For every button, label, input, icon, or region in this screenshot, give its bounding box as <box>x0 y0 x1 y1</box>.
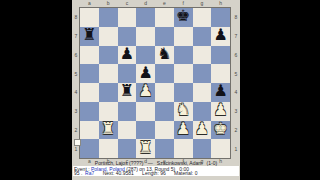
white-to-move-marker <box>74 139 81 146</box>
square-c4[interactable]: ♜ <box>118 83 137 102</box>
caption-details-box: Event : Poland, Poland (287) on 13, Roun… <box>73 166 239 176</box>
rank-label-right-2: 2 <box>233 121 239 140</box>
square-c5[interactable] <box>118 64 137 83</box>
white-knight-piece: ♞ <box>176 102 190 118</box>
square-h1[interactable] <box>211 139 230 158</box>
square-a5[interactable] <box>80 64 99 83</box>
square-d7[interactable] <box>136 27 155 46</box>
rank-label-left-4: 4 <box>73 83 79 102</box>
square-d1[interactable]: ♜ <box>136 139 155 158</box>
square-b1[interactable] <box>99 139 118 158</box>
square-g3[interactable] <box>193 102 212 121</box>
square-e4[interactable] <box>155 83 174 102</box>
rank-label-right-1: 1 <box>233 139 239 158</box>
square-c8[interactable] <box>118 8 137 27</box>
square-f3[interactable]: ♞ <box>174 102 193 121</box>
white-pawn-piece: ♟ <box>195 121 209 137</box>
square-a2[interactable] <box>80 121 99 140</box>
square-g5[interactable] <box>193 64 212 83</box>
square-b6[interactable] <box>99 46 118 65</box>
white-pawn-piece: ♟ <box>213 102 227 118</box>
file-label-top-g: g <box>193 1 212 7</box>
square-c6[interactable]: ♟ <box>118 46 137 65</box>
square-h3[interactable]: ♟ <box>211 102 230 121</box>
square-a1[interactable] <box>80 139 99 158</box>
rank-label-right-6: 6 <box>233 46 239 65</box>
rank-label-left-5: 5 <box>73 64 79 83</box>
square-g2[interactable]: ♟ <box>193 121 212 140</box>
square-b2[interactable]: ♜ <box>99 121 118 140</box>
square-h4[interactable]: ♟ <box>211 83 230 102</box>
white-king-piece: ♚ <box>213 121 227 137</box>
black-pawn-piece: ♟ <box>120 46 134 62</box>
square-f2[interactable]: ♟ <box>174 121 193 140</box>
square-b4[interactable] <box>99 83 118 102</box>
square-h8[interactable] <box>211 8 230 27</box>
square-e1[interactable] <box>155 139 174 158</box>
white-pawn-piece: ♟ <box>138 83 152 99</box>
square-h6[interactable] <box>211 46 230 65</box>
square-e5[interactable] <box>155 64 174 83</box>
video-frame: abcdefgh 87654321 87654321 ♚♜♟♟♞♟♜♟♟♞♟♜♟… <box>0 0 320 180</box>
rank-labels-right: 87654321 <box>233 8 239 158</box>
square-d3[interactable] <box>136 102 155 121</box>
square-d6[interactable] <box>136 46 155 65</box>
black-knight-piece: ♞ <box>157 46 171 62</box>
rank-labels-left: 87654321 <box>73 8 79 158</box>
rank-label-left-2: 2 <box>73 121 79 140</box>
square-b7[interactable] <box>99 27 118 46</box>
rank-label-left-8: 8 <box>73 8 79 27</box>
square-g1[interactable] <box>193 139 212 158</box>
file-label-top-b: b <box>99 1 118 7</box>
file-label-top-d: d <box>136 1 155 7</box>
black-pawn-piece: ♟ <box>138 65 152 81</box>
rank-label-left-3: 3 <box>73 102 79 121</box>
square-a3[interactable] <box>80 102 99 121</box>
square-h7[interactable]: ♟ <box>211 27 230 46</box>
file-label-top-c: c <box>118 1 137 7</box>
white-rook-piece: ♜ <box>138 140 152 156</box>
move-text: Ra7 <box>82 170 94 176</box>
white-rook-piece: ♜ <box>101 121 115 137</box>
square-c3[interactable] <box>118 102 137 121</box>
square-a7[interactable]: ♜ <box>80 27 99 46</box>
rank-label-right-4: 4 <box>233 83 239 102</box>
file-labels-top: abcdefgh <box>80 1 230 7</box>
square-a4[interactable] <box>80 83 99 102</box>
rank-label-right-5: 5 <box>233 64 239 83</box>
square-a6[interactable] <box>80 46 99 65</box>
black-pawn-piece: ♟ <box>213 83 227 99</box>
square-b3[interactable] <box>99 102 118 121</box>
square-f7[interactable] <box>174 27 193 46</box>
square-b8[interactable] <box>99 8 118 27</box>
square-g6[interactable] <box>193 46 212 65</box>
square-a8[interactable] <box>80 8 99 27</box>
square-d8[interactable] <box>136 8 155 27</box>
square-e6[interactable]: ♞ <box>155 46 174 65</box>
square-c7[interactable] <box>118 27 137 46</box>
rank-label-right-7: 7 <box>233 27 239 46</box>
square-e2[interactable] <box>155 121 174 140</box>
square-e8[interactable] <box>155 8 174 27</box>
square-d4[interactable]: ♟ <box>136 83 155 102</box>
square-f6[interactable] <box>174 46 193 65</box>
chess-board: ♚♜♟♟♞♟♜♟♟♞♟♜♟♟♚♜ <box>80 8 230 158</box>
file-label-top-h: h <box>211 1 230 7</box>
caption-move-line: 95 . Ra7 Next: 40.9581 Length: 96 Materi… <box>74 171 238 176</box>
square-f4[interactable] <box>174 83 193 102</box>
square-c1[interactable] <box>118 139 137 158</box>
square-b5[interactable] <box>99 64 118 83</box>
file-label-top-a: a <box>80 1 99 7</box>
square-e3[interactable] <box>155 102 174 121</box>
white-pawn-piece: ♟ <box>176 121 190 137</box>
chess-diagram-panel: abcdefgh 87654321 87654321 ♚♜♟♟♞♟♜♟♟♞♟♜♟… <box>72 0 240 180</box>
black-king-piece: ♚ <box>176 8 190 24</box>
square-d5[interactable]: ♟ <box>136 64 155 83</box>
black-rook-piece: ♜ <box>82 27 96 43</box>
engine-info: Next: 40.9581 Length: 96 Material: 0 <box>94 170 197 176</box>
rank-label-left-6: 6 <box>73 46 79 65</box>
square-g4[interactable] <box>193 83 212 102</box>
rank-label-right-8: 8 <box>233 8 239 27</box>
black-pawn-piece: ♟ <box>213 27 227 43</box>
file-label-top-e: e <box>155 1 174 7</box>
square-d2[interactable] <box>136 121 155 140</box>
square-h5[interactable] <box>211 64 230 83</box>
square-g7[interactable] <box>193 27 212 46</box>
black-rook-piece: ♜ <box>120 83 134 99</box>
square-f8[interactable]: ♚ <box>174 8 193 27</box>
square-f1[interactable] <box>174 139 193 158</box>
rank-label-left-7: 7 <box>73 27 79 46</box>
square-h2[interactable]: ♚ <box>211 121 230 140</box>
square-e7[interactable] <box>155 27 174 46</box>
square-f5[interactable] <box>174 64 193 83</box>
square-c2[interactable] <box>118 121 137 140</box>
rank-label-right-3: 3 <box>233 102 239 121</box>
square-g8[interactable] <box>193 8 212 27</box>
